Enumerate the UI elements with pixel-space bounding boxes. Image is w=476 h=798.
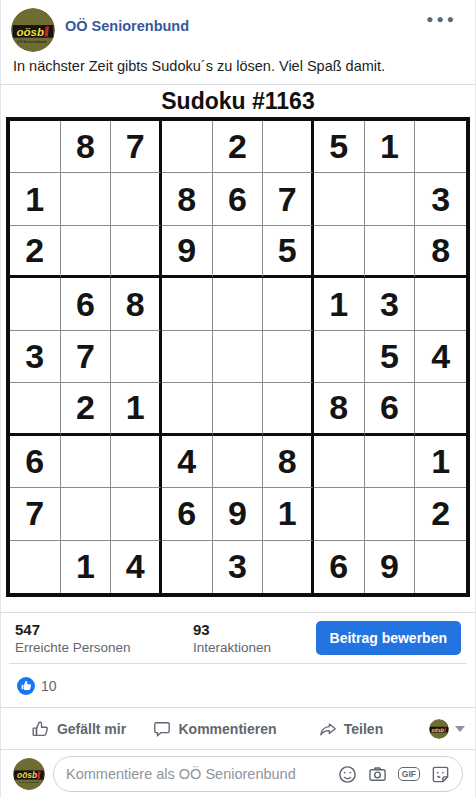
- sudoku-grid: 8725118673295868133754218664817691214369: [6, 117, 470, 597]
- page-avatar[interactable]: oösb OÖ Seniorenbund: [11, 8, 55, 52]
- sudoku-cell-r6c4: [162, 383, 213, 435]
- sudoku-cell-r8c5: 9: [213, 488, 264, 540]
- like-button[interactable]: Gefällt mir: [11, 708, 147, 749]
- share-button-label: Teilen: [344, 721, 383, 737]
- sudoku-cell-r7c9: 1: [415, 436, 466, 488]
- sudoku-cell-r1c9: [415, 121, 466, 173]
- comment-composer: oösb OÖ Seniorenbund: [1, 750, 475, 798]
- reach-label: Erreichte Personen: [15, 640, 193, 655]
- post-menu-ellipsis-icon[interactable]: ●●●: [426, 12, 457, 26]
- sudoku-cell-r4c3: 8: [111, 278, 162, 330]
- sudoku-cell-r3c3: [111, 226, 162, 278]
- sudoku-cell-r2c4: 8: [162, 173, 213, 225]
- sudoku-cell-r5c2: 7: [61, 331, 112, 383]
- comment-bubble-icon: [153, 720, 171, 738]
- comment-button[interactable]: Kommentieren: [147, 708, 283, 749]
- sudoku-cell-r5c7: [314, 331, 365, 383]
- reach-stat: 547 Erreichte Personen: [15, 621, 193, 655]
- comment-input[interactable]: [66, 766, 338, 782]
- sudoku-cell-r5c9: 4: [415, 331, 466, 383]
- sudoku-cell-r8c8: [365, 488, 416, 540]
- sudoku-cell-r7c6: 8: [263, 436, 314, 488]
- sudoku-title: Sudoku #1163: [1, 85, 475, 117]
- sudoku-cell-r8c6: 1: [263, 488, 314, 540]
- sudoku-cell-r9c6: [263, 541, 314, 593]
- sudoku-cell-r6c3: 1: [111, 383, 162, 435]
- reactions-row-wrap: 10: [1, 663, 475, 707]
- sudoku-cell-r9c5: 3: [213, 541, 264, 593]
- chevron-down-icon: [455, 726, 465, 732]
- sudoku-cell-r9c7: 6: [314, 541, 365, 593]
- sudoku-cell-r2c9: 3: [415, 173, 466, 225]
- sudoku-cell-r4c2: 6: [61, 278, 112, 330]
- sudoku-cell-r5c3: [111, 331, 162, 383]
- sudoku-cell-r4c6: [263, 278, 314, 330]
- svg-text:oösb: oösb: [432, 726, 445, 732]
- share-arrow-icon: [319, 720, 337, 738]
- sudoku-cell-r1c5: 2: [213, 121, 264, 173]
- avatar-logo-text: oösb: [17, 26, 45, 38]
- action-bar: Gefällt mir Kommentieren Teilen oösb: [1, 707, 475, 750]
- sudoku-cell-r1c6: [263, 121, 314, 173]
- sudoku-cell-r2c6: 7: [263, 173, 314, 225]
- sudoku-cell-r3c8: [365, 226, 416, 278]
- page-name[interactable]: OÖ Seniorenbund: [65, 18, 189, 34]
- commenting-identity-selector[interactable]: oösb: [419, 719, 465, 739]
- sudoku-cell-r7c5: [213, 436, 264, 488]
- interactions-label: Interaktionen: [193, 640, 271, 655]
- sudoku-cell-r2c5: 6: [213, 173, 264, 225]
- like-button-label: Gefällt mir: [57, 721, 126, 737]
- sudoku-cell-r2c1: 1: [10, 173, 61, 225]
- post-text: In nächster Zeit gibts Sudoku´s zu lösen…: [1, 56, 475, 84]
- sudoku-cell-r3c2: [61, 226, 112, 278]
- svg-text:OÖ Seniorenbund: OÖ Seniorenbund: [17, 781, 39, 784]
- sudoku-cell-r1c1: [10, 121, 61, 173]
- sudoku-cell-r5c8: 5: [365, 331, 416, 383]
- sudoku-cell-r2c3: [111, 173, 162, 225]
- sudoku-cell-r2c8: [365, 173, 416, 225]
- post-image[interactable]: Sudoku #1163 872511867329586813375421866…: [1, 84, 475, 613]
- reach-value: 547: [15, 621, 193, 638]
- sudoku-cell-r8c7: [314, 488, 365, 540]
- sudoku-cell-r2c2: [61, 173, 112, 225]
- sudoku-cell-r4c5: [213, 278, 264, 330]
- sudoku-cell-r1c3: 7: [111, 121, 162, 173]
- sudoku-cell-r9c9: [415, 541, 466, 593]
- sudoku-cell-r1c7: 5: [314, 121, 365, 173]
- share-button[interactable]: Teilen: [283, 708, 419, 749]
- comment-button-label: Kommentieren: [178, 721, 276, 737]
- sudoku-cell-r5c6: [263, 331, 314, 383]
- sudoku-cell-r4c7: 1: [314, 278, 365, 330]
- insights-bar: 547 Erreichte Personen 93 Interaktionen …: [1, 613, 475, 663]
- boost-post-button[interactable]: Beitrag bewerben: [316, 621, 461, 655]
- sudoku-cell-r8c9: 2: [415, 488, 466, 540]
- sudoku-cell-r6c9: [415, 383, 466, 435]
- sudoku-cell-r8c2: [61, 488, 112, 540]
- like-count[interactable]: 10: [41, 678, 57, 694]
- composer-avatar: oösb OÖ Seniorenbund: [13, 758, 45, 790]
- sudoku-cell-r6c6: [263, 383, 314, 435]
- sudoku-cell-r1c4: [162, 121, 213, 173]
- sudoku-cell-r7c3: [111, 436, 162, 488]
- thumbs-up-icon: [32, 720, 50, 738]
- sudoku-cell-r3c5: [213, 226, 264, 278]
- sudoku-cell-r9c1: [10, 541, 61, 593]
- sudoku-cell-r4c9: [415, 278, 466, 330]
- sudoku-cell-r6c2: 2: [61, 383, 112, 435]
- reactions-row[interactable]: 10: [9, 663, 467, 707]
- sudoku-cell-r7c8: [365, 436, 416, 488]
- sudoku-cell-r6c8: 6: [365, 383, 416, 435]
- sudoku-cell-r8c1: 7: [10, 488, 61, 540]
- camera-icon[interactable]: [368, 765, 387, 784]
- sudoku-cell-r9c8: 9: [365, 541, 416, 593]
- sudoku-cell-r6c1: [10, 383, 61, 435]
- sudoku-cell-r1c2: 8: [61, 121, 112, 173]
- sudoku-cell-r8c3: [111, 488, 162, 540]
- sudoku-cell-r3c7: [314, 226, 365, 278]
- comment-input-pill[interactable]: GIF: [53, 756, 463, 792]
- composer-icons: GIF: [338, 765, 450, 784]
- svg-text:oösb: oösb: [17, 770, 37, 780]
- interactions-stat: 93 Interaktionen: [193, 621, 271, 655]
- emoji-icon[interactable]: [338, 765, 357, 784]
- sudoku-cell-r3c6: 5: [263, 226, 314, 278]
- sudoku-cell-r4c8: 3: [365, 278, 416, 330]
- sudoku-cell-r5c5: [213, 331, 264, 383]
- sudoku-cell-r5c4: [162, 331, 213, 383]
- facebook-post-card: oösb OÖ Seniorenbund OÖ Seniorenbund ●●●…: [0, 0, 476, 798]
- sudoku-cell-r9c2: 1: [61, 541, 112, 593]
- sudoku-cell-r3c4: 9: [162, 226, 213, 278]
- sudoku-cell-r9c4: [162, 541, 213, 593]
- sudoku-cell-r9c3: 4: [111, 541, 162, 593]
- sudoku-cell-r4c1: [10, 278, 61, 330]
- like-reaction-icon[interactable]: [17, 677, 35, 695]
- sudoku-cell-r5c1: 3: [10, 331, 61, 383]
- sudoku-cell-r6c5: [213, 383, 264, 435]
- sudoku-cell-r7c1: 6: [10, 436, 61, 488]
- gif-icon[interactable]: GIF: [398, 767, 420, 782]
- sudoku-cell-r2c7: [314, 173, 365, 225]
- sudoku-cell-r4c4: [162, 278, 213, 330]
- sudoku-cell-r7c2: [61, 436, 112, 488]
- sudoku-cell-r1c8: 1: [365, 121, 416, 173]
- interactions-value: 93: [193, 621, 271, 638]
- actor-avatar: oösb: [429, 719, 449, 739]
- sudoku-cell-r7c4: 4: [162, 436, 213, 488]
- sudoku-cell-r8c4: 6: [162, 488, 213, 540]
- sudoku-cell-r6c7: 8: [314, 383, 365, 435]
- sudoku-cell-r3c1: 2: [10, 226, 61, 278]
- sudoku-cell-r7c7: [314, 436, 365, 488]
- post-header: oösb OÖ Seniorenbund OÖ Seniorenbund ●●●: [1, 0, 475, 56]
- avatar-sub-text: OÖ Seniorenbund: [17, 39, 46, 44]
- sticker-icon[interactable]: [431, 765, 450, 784]
- sudoku-cell-r3c9: 8: [415, 226, 466, 278]
